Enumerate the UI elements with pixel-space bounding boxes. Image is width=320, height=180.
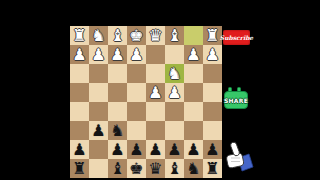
square-g8[interactable] (89, 159, 108, 178)
black-pawn[interactable]: ♟ (72, 140, 86, 159)
white-knight[interactable]: ♞ (91, 26, 105, 45)
black-pawn[interactable]: ♟ (205, 140, 219, 159)
square-a2[interactable]: ♟ (203, 45, 222, 64)
square-g2[interactable]: ♟ (89, 45, 108, 64)
square-f8[interactable]: ♝ (108, 159, 127, 178)
share-button[interactable]: SHARE (224, 87, 248, 110)
square-h2[interactable]: ♟ (70, 45, 89, 64)
white-pawn[interactable]: ♟ (167, 83, 181, 102)
chess-board: ♜♞♝♚♛♝♜♟♟♟♟♟♟♞♟♟♟♞♟♟♟♟♟♟♟♜♝♚♛♝♞♜ (70, 26, 222, 178)
square-f1[interactable]: ♝ (108, 26, 127, 45)
square-b2[interactable]: ♟ (184, 45, 203, 64)
share-button-label: SHARE (224, 97, 248, 104)
square-d8[interactable]: ♛ (146, 159, 165, 178)
square-a5[interactable] (203, 102, 222, 121)
square-h6[interactable] (70, 121, 89, 140)
white-king[interactable]: ♚ (129, 26, 143, 45)
square-e7[interactable]: ♟ (127, 140, 146, 159)
square-f7[interactable]: ♟ (108, 140, 127, 159)
square-h3[interactable] (70, 64, 89, 83)
square-c3[interactable]: ♞ (165, 64, 184, 83)
square-g3[interactable] (89, 64, 108, 83)
black-queen[interactable]: ♛ (148, 159, 162, 178)
square-a8[interactable]: ♜ (203, 159, 222, 178)
square-b7[interactable]: ♟ (184, 140, 203, 159)
square-g4[interactable] (89, 83, 108, 102)
black-pawn[interactable]: ♟ (148, 140, 162, 159)
square-d6[interactable] (146, 121, 165, 140)
square-d3[interactable] (146, 64, 165, 83)
black-pawn[interactable]: ♟ (91, 121, 105, 140)
white-pawn[interactable]: ♟ (91, 45, 105, 64)
square-e6[interactable] (127, 121, 146, 140)
square-g6[interactable]: ♟ (89, 121, 108, 140)
square-a4[interactable] (203, 83, 222, 102)
square-a6[interactable] (203, 121, 222, 140)
square-h5[interactable] (70, 102, 89, 121)
white-pawn[interactable]: ♟ (205, 45, 219, 64)
square-b1[interactable] (184, 26, 203, 45)
square-b3[interactable] (184, 64, 203, 83)
black-bishop[interactable]: ♝ (110, 159, 124, 178)
square-c6[interactable] (165, 121, 184, 140)
white-pawn[interactable]: ♟ (72, 45, 86, 64)
white-rook[interactable]: ♜ (72, 26, 86, 45)
square-a3[interactable] (203, 64, 222, 83)
square-c7[interactable]: ♟ (165, 140, 184, 159)
square-f2[interactable]: ♟ (108, 45, 127, 64)
square-h1[interactable]: ♜ (70, 26, 89, 45)
square-f3[interactable] (108, 64, 127, 83)
square-c1[interactable]: ♝ (165, 26, 184, 45)
square-e3[interactable] (127, 64, 146, 83)
square-h8[interactable]: ♜ (70, 159, 89, 178)
white-queen[interactable]: ♛ (148, 26, 162, 45)
square-d1[interactable]: ♛ (146, 26, 165, 45)
square-e2[interactable]: ♟ (127, 45, 146, 64)
subscribe-button[interactable]: Subscribe (223, 30, 250, 45)
black-rook[interactable]: ♜ (205, 159, 219, 178)
square-g5[interactable] (89, 102, 108, 121)
square-c2[interactable] (165, 45, 184, 64)
square-d7[interactable]: ♟ (146, 140, 165, 159)
white-bishop[interactable]: ♝ (167, 26, 181, 45)
like-button[interactable] (224, 140, 254, 174)
square-d5[interactable] (146, 102, 165, 121)
black-pawn[interactable]: ♟ (110, 140, 124, 159)
black-pawn[interactable]: ♟ (186, 140, 200, 159)
white-pawn[interactable]: ♟ (129, 45, 143, 64)
white-pawn[interactable]: ♟ (186, 45, 200, 64)
video-frame: ♜♞♝♚♛♝♜♟♟♟♟♟♟♞♟♟♟♞♟♟♟♟♟♟♟♜♝♚♛♝♞♜ Subscri… (0, 0, 320, 180)
square-d2[interactable] (146, 45, 165, 64)
thumbs-up-icon (224, 140, 254, 174)
square-g1[interactable]: ♞ (89, 26, 108, 45)
square-b4[interactable] (184, 83, 203, 102)
white-pawn[interactable]: ♟ (110, 45, 124, 64)
square-e1[interactable]: ♚ (127, 26, 146, 45)
white-rook[interactable]: ♜ (205, 26, 219, 45)
square-f6[interactable]: ♞ (108, 121, 127, 140)
square-c4[interactable]: ♟ (165, 83, 184, 102)
white-pawn[interactable]: ♟ (148, 83, 162, 102)
square-b6[interactable] (184, 121, 203, 140)
square-b5[interactable] (184, 102, 203, 121)
black-pawn[interactable]: ♟ (167, 140, 181, 159)
square-e4[interactable] (127, 83, 146, 102)
square-e8[interactable]: ♚ (127, 159, 146, 178)
square-c8[interactable]: ♝ (165, 159, 184, 178)
white-bishop[interactable]: ♝ (110, 26, 124, 45)
white-knight[interactable]: ♞ (167, 64, 181, 83)
square-e5[interactable] (127, 102, 146, 121)
black-knight[interactable]: ♞ (186, 159, 200, 178)
square-d4[interactable]: ♟ (146, 83, 165, 102)
share-button-body: SHARE (224, 91, 248, 109)
black-pawn[interactable]: ♟ (129, 140, 143, 159)
square-c5[interactable] (165, 102, 184, 121)
square-g7[interactable] (89, 140, 108, 159)
black-rook[interactable]: ♜ (72, 159, 86, 178)
square-h7[interactable]: ♟ (70, 140, 89, 159)
square-h4[interactable] (70, 83, 89, 102)
square-b8[interactable]: ♞ (184, 159, 203, 178)
square-f4[interactable] (108, 83, 127, 102)
black-knight[interactable]: ♞ (110, 121, 124, 140)
black-bishop[interactable]: ♝ (167, 159, 181, 178)
square-a7[interactable]: ♟ (203, 140, 222, 159)
square-f5[interactable] (108, 102, 127, 121)
black-king[interactable]: ♚ (129, 159, 143, 178)
